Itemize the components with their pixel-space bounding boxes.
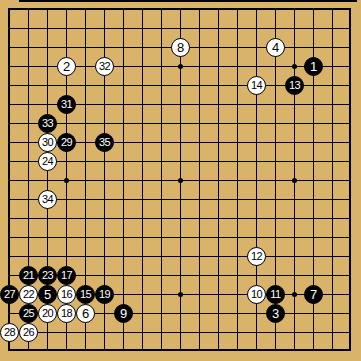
stone-white-18: 18 xyxy=(57,304,76,323)
stone-move-number: 10 xyxy=(251,289,262,300)
stone-move-number: 31 xyxy=(61,99,72,110)
grid-line-horizontal xyxy=(10,218,349,219)
stone-move-number: 32 xyxy=(99,61,110,72)
grid-line-vertical xyxy=(199,10,200,349)
stone-move-number: 33 xyxy=(42,118,53,129)
grid-line-horizontal xyxy=(10,237,349,238)
stone-move-number: 13 xyxy=(289,80,300,91)
stone-black-31: 31 xyxy=(57,95,76,114)
stone-move-number: 15 xyxy=(80,289,91,300)
stone-move-number: 5 xyxy=(44,288,51,301)
stone-move-number: 27 xyxy=(4,289,15,300)
stone-black-15: 15 xyxy=(76,285,95,304)
stone-black-7: 7 xyxy=(304,285,323,304)
stone-black-27: 27 xyxy=(0,285,19,304)
grid-line-horizontal xyxy=(10,332,349,333)
star-point xyxy=(178,292,183,297)
stone-black-25: 25 xyxy=(19,304,38,323)
stone-move-number: 11 xyxy=(270,289,280,300)
stone-move-number: 20 xyxy=(42,308,53,319)
grid-line-vertical xyxy=(218,10,219,349)
stone-move-number: 17 xyxy=(61,270,72,281)
stone-white-8: 8 xyxy=(171,38,190,57)
stone-black-5: 5 xyxy=(38,285,57,304)
stone-white-32: 32 xyxy=(95,57,114,76)
stone-white-14: 14 xyxy=(247,76,266,95)
stone-move-number: 6 xyxy=(82,307,89,320)
stone-move-number: 18 xyxy=(61,308,72,319)
stone-white-6: 6 xyxy=(76,304,95,323)
stone-white-26: 26 xyxy=(19,323,38,342)
stone-move-number: 35 xyxy=(99,137,110,148)
star-point xyxy=(292,64,297,69)
stone-move-number: 9 xyxy=(120,307,127,320)
stone-black-29: 29 xyxy=(57,133,76,152)
stone-move-number: 7 xyxy=(310,288,317,301)
stone-black-19: 19 xyxy=(95,285,114,304)
go-board: 1234567891011121314151617181920212223242… xyxy=(0,0,361,361)
stone-white-28: 28 xyxy=(0,323,19,342)
star-point xyxy=(292,292,297,297)
stone-move-number: 23 xyxy=(42,270,53,281)
stone-black-33: 33 xyxy=(38,114,57,133)
stone-white-12: 12 xyxy=(247,247,266,266)
stone-white-24: 24 xyxy=(38,152,57,171)
stone-black-13: 13 xyxy=(285,76,304,95)
grid-line-horizontal xyxy=(10,199,349,200)
stone-black-35: 35 xyxy=(95,133,114,152)
stone-white-34: 34 xyxy=(38,190,57,209)
stone-move-number: 16 xyxy=(61,289,72,300)
stone-move-number: 1 xyxy=(310,60,317,73)
stone-move-number: 26 xyxy=(23,327,34,338)
stone-black-3: 3 xyxy=(266,304,285,323)
stone-white-20: 20 xyxy=(38,304,57,323)
stone-white-2: 2 xyxy=(57,57,76,76)
stone-move-number: 4 xyxy=(272,41,279,54)
stone-black-21: 21 xyxy=(19,266,38,285)
stone-white-16: 16 xyxy=(57,285,76,304)
stone-move-number: 29 xyxy=(61,137,72,148)
stone-move-number: 14 xyxy=(251,80,262,91)
star-point xyxy=(292,178,297,183)
stone-white-22: 22 xyxy=(19,285,38,304)
stone-black-1: 1 xyxy=(304,57,323,76)
grid-line-horizontal xyxy=(10,256,349,257)
star-point xyxy=(178,178,183,183)
stone-black-17: 17 xyxy=(57,266,76,285)
grid-line-vertical xyxy=(237,10,238,349)
stone-move-number: 25 xyxy=(23,308,34,319)
stone-move-number: 21 xyxy=(23,270,34,281)
stone-white-10: 10 xyxy=(247,285,266,304)
grid-line-vertical xyxy=(332,10,333,349)
stone-black-11: 11 xyxy=(266,285,285,304)
stone-move-number: 24 xyxy=(42,156,53,167)
stone-move-number: 12 xyxy=(251,251,262,262)
stone-move-number: 30 xyxy=(42,137,53,148)
stone-white-30: 30 xyxy=(38,133,57,152)
stone-move-number: 19 xyxy=(99,289,110,300)
stone-move-number: 2 xyxy=(63,60,70,73)
stone-move-number: 28 xyxy=(4,327,15,338)
stone-move-number: 3 xyxy=(272,307,279,320)
stone-black-23: 23 xyxy=(38,266,57,285)
stone-white-4: 4 xyxy=(266,38,285,57)
star-point xyxy=(64,178,69,183)
stone-move-number: 34 xyxy=(42,194,53,205)
stone-move-number: 8 xyxy=(177,41,184,54)
stone-black-9: 9 xyxy=(114,304,133,323)
star-point xyxy=(178,64,183,69)
stone-move-number: 22 xyxy=(23,289,34,300)
